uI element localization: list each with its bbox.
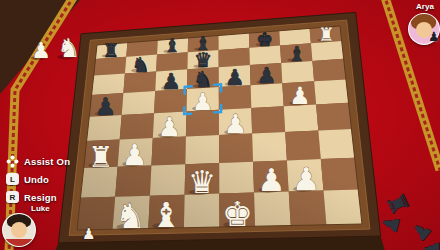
piece-white-r-a3[interactable]: ♜ (88, 140, 114, 174)
control-resign[interactable]: R Resign (6, 190, 57, 204)
piece-white-p-f2[interactable]: ♟ (257, 162, 285, 198)
resign-label: Resign (24, 192, 57, 203)
piece-white-n-b1[interactable]: ♞ (115, 196, 146, 236)
piece-white-p-g5[interactable]: ♟ (289, 82, 310, 110)
board-scene: ♜♝♝♚♜♞♛♝♟♞♟♟♟♟♟♟♟♜♟♛♟♟♞♝♚♞♟♜♟♟♟ (0, 0, 440, 250)
opponent-name: Arya (406, 2, 440, 11)
captured-white-knight: ♞ (57, 33, 80, 63)
captured-white-pawn: ♟ (31, 38, 51, 63)
piece-black-r-a8[interactable]: ♜ (103, 40, 120, 61)
piece-white-b-c1[interactable]: ♝ (151, 195, 182, 235)
captured-black-pawn: ♟ (420, 240, 440, 250)
undo-label: Undo (24, 174, 49, 185)
piece-black-p-c6[interactable]: ♟ (161, 69, 181, 94)
piece-white-p-g2[interactable]: ♟ (292, 161, 320, 197)
local-player-name: Luke (31, 204, 50, 213)
board-svg: ♜♝♝♚♜♞♛♝♟♞♟♟♟♟♟♟♟♜♟♛♟♟♞♝♚♞♟♜♟♟♟ (0, 0, 440, 250)
piece-black-b-c8[interactable]: ♝ (164, 35, 181, 56)
piece-white-p-c4[interactable]: ♟ (158, 112, 181, 142)
piece-black-p-f6[interactable]: ♟ (257, 63, 277, 88)
piece-black-b-g7[interactable]: ♝ (288, 42, 306, 66)
piece-white-k-e1[interactable]: ♚ (222, 194, 253, 234)
piece-black-n-b7[interactable]: ♞ (132, 53, 150, 77)
piece-white-q-d2[interactable]: ♛ (188, 164, 216, 200)
r-button-icon: R (6, 191, 19, 203)
piece-black-p-a5[interactable]: ♟ (95, 93, 116, 121)
piece-white-r-h8[interactable]: ♜ (318, 24, 335, 45)
piece-black-p-e6[interactable]: ♟ (225, 65, 245, 90)
piece-white-p-b3[interactable]: ♟ (122, 138, 148, 172)
assist-label: Assist On (24, 156, 70, 167)
control-undo[interactable]: L Undo (6, 172, 49, 186)
piece-white-p-e4[interactable]: ♟ (224, 109, 247, 139)
piece-white-p-d5[interactable]: ♟ (192, 88, 213, 116)
piece-black-k-f8[interactable]: ♚ (256, 29, 273, 50)
control-assist[interactable]: Assist On (6, 154, 70, 168)
opponent-side-pawn-icon: ♟ (428, 30, 440, 43)
l-button-icon: L (6, 173, 19, 185)
avatar-face (11, 222, 27, 238)
chess-app-window: ♜♝♝♚♜♞♛♝♟♞♟♟♟♟♟♟♟♜♟♛♟♟♞♝♚♞♟♜♟♟♟ Arya ♟ L… (0, 0, 440, 250)
local-side-pawn-icon: ♟ (82, 227, 95, 242)
dpad-icon (6, 155, 19, 168)
local-player-avatar (2, 213, 36, 247)
